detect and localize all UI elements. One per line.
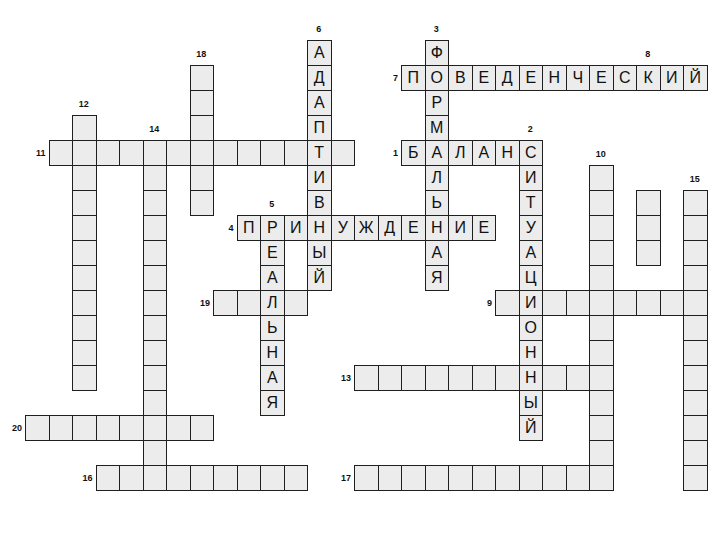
grid-cell-letter[interactable]: Е (472, 215, 497, 241)
grid-cell-empty[interactable] (166, 465, 191, 491)
grid-cell-empty[interactable] (589, 340, 614, 366)
grid-cell-empty[interactable] (143, 190, 168, 216)
grid-cell-letter[interactable]: Р (260, 215, 285, 241)
grid-cell-empty[interactable] (448, 365, 473, 391)
grid-cell-empty[interactable] (660, 290, 685, 316)
grid-cell-empty[interactable] (683, 190, 708, 216)
grid-cell-empty[interactable] (683, 265, 708, 291)
grid-cell-empty[interactable] (166, 415, 191, 441)
grid-cell-empty[interactable] (143, 290, 168, 316)
grid-cell-empty[interactable] (190, 465, 215, 491)
grid-cell-empty[interactable] (636, 240, 661, 266)
grid-cell-empty[interactable] (72, 290, 97, 316)
grid-cell-empty[interactable] (213, 290, 238, 316)
grid-cell-empty[interactable] (213, 465, 238, 491)
grid-cell-empty[interactable] (683, 390, 708, 416)
grid-cell-empty[interactable] (566, 290, 591, 316)
grid-cell-empty[interactable] (566, 465, 591, 491)
grid-cell-empty[interactable] (190, 165, 215, 191)
grid-cell-empty[interactable] (284, 465, 309, 491)
crossword-page: { "game": "crossword", "language": "Russ… (0, 0, 720, 540)
clue-number-6-down: 6 (316, 25, 321, 34)
clue-number-20-across: 20 (12, 423, 22, 432)
grid-cell-empty[interactable] (96, 415, 121, 441)
grid-cell-empty[interactable] (49, 415, 74, 441)
clue-number-5-down: 5 (269, 200, 274, 209)
clue-number-15-down: 15 (690, 175, 700, 184)
grid-cell-letter[interactable]: Ц (519, 265, 544, 291)
clue-number-16-across: 16 (82, 473, 92, 482)
grid-cell-letter[interactable]: Ф (425, 40, 450, 66)
grid-cell-empty[interactable] (143, 215, 168, 241)
grid-cell-empty[interactable] (143, 415, 168, 441)
grid-cell-empty[interactable] (190, 90, 215, 116)
clue-number-19-across: 19 (200, 298, 210, 307)
grid-cell-letter[interactable]: Р (425, 90, 450, 116)
grid-cell-empty[interactable] (683, 215, 708, 241)
grid-cell-empty[interactable] (143, 165, 168, 191)
grid-cell-letter[interactable]: А (307, 40, 332, 66)
grid-cell-letter[interactable]: Я (260, 390, 285, 416)
grid-cell-empty[interactable] (72, 315, 97, 341)
grid-cell-empty[interactable] (72, 240, 97, 266)
grid-cell-empty[interactable] (119, 415, 144, 441)
grid-cell-empty[interactable] (589, 315, 614, 341)
grid-cell-empty[interactable] (72, 190, 97, 216)
grid-cell-empty[interactable] (143, 140, 168, 166)
grid-cell-letter[interactable]: О (425, 65, 450, 91)
grid-cell-letter[interactable]: Л (260, 290, 285, 316)
grid-cell-empty[interactable] (237, 465, 262, 491)
grid-cell-empty[interactable] (401, 465, 426, 491)
grid-cell-letter[interactable]: Е (472, 65, 497, 91)
grid-cell-letter[interactable]: И (284, 215, 309, 241)
grid-cell-empty[interactable] (589, 240, 614, 266)
grid-cell-letter[interactable]: Б (401, 140, 426, 166)
grid-cell-empty[interactable] (589, 390, 614, 416)
grid-cell-empty[interactable] (96, 465, 121, 491)
grid-cell-letter[interactable]: Н (307, 215, 332, 241)
grid-cell-empty[interactable] (589, 415, 614, 441)
grid-cell-letter[interactable]: Е (260, 240, 285, 266)
grid-cell-letter[interactable]: Л (425, 165, 450, 191)
grid-cell-empty[interactable] (683, 365, 708, 391)
grid-cell-empty[interactable] (237, 140, 262, 166)
grid-cell-letter[interactable]: К (636, 65, 661, 91)
grid-cell-empty[interactable] (354, 465, 379, 491)
grid-cell-letter[interactable]: Й (519, 415, 544, 441)
grid-cell-empty[interactable] (636, 215, 661, 241)
grid-cell-empty[interactable] (636, 190, 661, 216)
grid-cell-letter[interactable]: П (307, 115, 332, 141)
grid-cell-empty[interactable] (213, 140, 238, 166)
grid-cell-empty[interactable] (190, 140, 215, 166)
grid-cell-letter[interactable]: Н (519, 365, 544, 391)
grid-cell-letter[interactable]: П (237, 215, 262, 241)
grid-cell-empty[interactable] (683, 240, 708, 266)
grid-cell-empty[interactable] (589, 215, 614, 241)
grid-cell-empty[interactable] (542, 290, 567, 316)
grid-cell-empty[interactable] (143, 265, 168, 291)
clue-number-11-across: 11 (36, 148, 46, 157)
grid-cell-empty[interactable] (636, 290, 661, 316)
grid-cell-empty[interactable] (143, 440, 168, 466)
grid-cell-empty[interactable] (589, 265, 614, 291)
clue-number-9-across: 9 (487, 298, 492, 307)
grid-cell-empty[interactable] (472, 465, 497, 491)
clue-number-17-across: 17 (341, 473, 351, 482)
clue-number-3-down: 3 (434, 25, 439, 34)
grid-cell-letter[interactable]: А (260, 265, 285, 291)
grid-cell-letter[interactable]: Н (542, 65, 567, 91)
grid-cell-empty[interactable] (190, 115, 215, 141)
grid-cell-empty[interactable] (683, 440, 708, 466)
grid-cell-empty[interactable] (425, 365, 450, 391)
grid-cell-empty[interactable] (119, 465, 144, 491)
grid-cell-letter[interactable]: И (660, 65, 685, 91)
grid-cell-letter[interactable]: Д (495, 65, 520, 91)
grid-cell-empty[interactable] (378, 365, 403, 391)
grid-cell-empty[interactable] (143, 240, 168, 266)
grid-cell-empty[interactable] (589, 290, 614, 316)
grid-cell-empty[interactable] (72, 340, 97, 366)
grid-cell-letter[interactable]: В (448, 65, 473, 91)
grid-cell-empty[interactable] (260, 140, 285, 166)
grid-cell-empty[interactable] (260, 465, 285, 491)
grid-cell-empty[interactable] (143, 365, 168, 391)
clue-number-4-across: 4 (228, 223, 233, 232)
grid-cell-empty[interactable] (72, 140, 97, 166)
grid-cell-letter[interactable]: Ь (425, 190, 450, 216)
grid-cell-letter[interactable]: Д (378, 215, 403, 241)
clue-number-10-down: 10 (596, 150, 606, 159)
grid-cell-empty[interactable] (495, 365, 520, 391)
grid-cell-empty[interactable] (190, 190, 215, 216)
grid-cell-empty[interactable] (589, 365, 614, 391)
grid-cell-empty[interactable] (425, 465, 450, 491)
grid-cell-empty[interactable] (143, 465, 168, 491)
grid-cell-empty[interactable] (589, 465, 614, 491)
grid-cell-letter[interactable]: Н (260, 340, 285, 366)
grid-cell-empty[interactable] (683, 415, 708, 441)
grid-cell-empty[interactable] (119, 140, 144, 166)
grid-cell-empty[interactable] (589, 165, 614, 191)
grid-cell-empty[interactable] (472, 365, 497, 391)
grid-cell-letter[interactable]: У (331, 215, 356, 241)
grid-cell-empty[interactable] (284, 290, 309, 316)
grid-cell-letter[interactable]: В (307, 190, 332, 216)
grid-cell-empty[interactable] (72, 165, 97, 191)
grid-cell-letter[interactable]: Т (307, 140, 332, 166)
grid-cell-empty[interactable] (448, 465, 473, 491)
grid-cell-empty[interactable] (542, 365, 567, 391)
grid-cell-empty[interactable] (143, 315, 168, 341)
grid-cell-letter[interactable]: Ы (307, 240, 332, 266)
grid-cell-letter[interactable]: И (448, 215, 473, 241)
grid-cell-letter[interactable]: Н (495, 140, 520, 166)
grid-cell-letter[interactable]: А (472, 140, 497, 166)
grid-cell-empty[interactable] (495, 465, 520, 491)
grid-cell-empty[interactable] (237, 290, 262, 316)
grid-cell-letter[interactable]: Е (401, 215, 426, 241)
grid-cell-empty[interactable] (284, 140, 309, 166)
clue-number-1-across: 1 (393, 148, 398, 157)
grid-cell-letter[interactable]: Ч (566, 65, 591, 91)
grid-cell-empty[interactable] (72, 415, 97, 441)
grid-cell-empty[interactable] (72, 115, 97, 141)
grid-cell-empty[interactable] (72, 215, 97, 241)
grid-cell-letter[interactable]: И (307, 165, 332, 191)
crossword-board: АФДПОВЕДЕНЧЕСКИЙАРПМТБАЛАНСИЛИВЬТПРИНУЖД… (0, 0, 720, 540)
grid-cell-empty[interactable] (495, 290, 520, 316)
grid-cell-letter[interactable]: А (519, 240, 544, 266)
grid-cell-letter[interactable]: У (519, 215, 544, 241)
grid-cell-letter[interactable]: Я (425, 265, 450, 291)
grid-cell-letter[interactable]: Е (589, 65, 614, 91)
grid-cell-letter[interactable]: С (519, 140, 544, 166)
grid-cell-empty[interactable] (542, 465, 567, 491)
grid-cell-letter[interactable]: А (260, 365, 285, 391)
grid-cell-empty[interactable] (519, 465, 544, 491)
grid-cell-empty[interactable] (143, 390, 168, 416)
grid-cell-letter[interactable]: Е (519, 65, 544, 91)
grid-cell-empty[interactable] (589, 440, 614, 466)
grid-cell-empty[interactable] (589, 190, 614, 216)
grid-cell-empty[interactable] (166, 140, 191, 166)
grid-cell-letter[interactable]: Ы (519, 390, 544, 416)
grid-cell-letter[interactable]: Й (307, 265, 332, 291)
clue-number-14-down: 14 (149, 125, 159, 134)
grid-cell-empty[interactable] (354, 365, 379, 391)
grid-cell-empty[interactable] (566, 365, 591, 391)
grid-cell-letter[interactable]: М (425, 115, 450, 141)
grid-cell-letter[interactable]: А (425, 140, 450, 166)
clue-number-7-across: 7 (393, 73, 398, 82)
grid-cell-empty[interactable] (378, 465, 403, 491)
grid-cell-empty[interactable] (25, 415, 50, 441)
grid-cell-empty[interactable] (683, 290, 708, 316)
grid-cell-letter[interactable]: И (519, 290, 544, 316)
grid-cell-empty[interactable] (331, 140, 356, 166)
grid-cell-letter[interactable]: А (307, 90, 332, 116)
grid-cell-letter[interactable]: Й (683, 65, 708, 91)
grid-cell-letter[interactable]: Н (425, 215, 450, 241)
grid-cell-empty[interactable] (72, 365, 97, 391)
grid-cell-letter[interactable]: И (519, 165, 544, 191)
grid-cell-letter[interactable]: Д (307, 65, 332, 91)
grid-cell-empty[interactable] (683, 465, 708, 491)
grid-cell-letter[interactable]: Л (448, 140, 473, 166)
grid-cell-empty[interactable] (683, 340, 708, 366)
grid-cell-letter[interactable]: Т (519, 190, 544, 216)
grid-cell-empty[interactable] (190, 415, 215, 441)
grid-cell-letter[interactable]: Ж (354, 215, 379, 241)
grid-cell-letter[interactable]: Ь (260, 315, 285, 341)
clue-number-18-down: 18 (196, 50, 206, 59)
grid-cell-empty[interactable] (96, 140, 121, 166)
clue-number-2-down: 2 (528, 125, 533, 134)
grid-cell-letter[interactable]: А (425, 240, 450, 266)
clue-number-13-across: 13 (341, 373, 351, 382)
clue-number-12-down: 12 (79, 100, 89, 109)
grid-cell-empty[interactable] (49, 140, 74, 166)
grid-cell-empty[interactable] (401, 365, 426, 391)
grid-cell-letter[interactable]: Н (519, 340, 544, 366)
grid-cell-letter[interactable]: С (613, 65, 638, 91)
grid-cell-letter[interactable]: О (519, 315, 544, 341)
grid-cell-empty[interactable] (683, 315, 708, 341)
grid-cell-empty[interactable] (143, 340, 168, 366)
grid-cell-empty[interactable] (190, 65, 215, 91)
clue-number-8-down: 8 (645, 50, 650, 59)
grid-cell-empty[interactable] (72, 265, 97, 291)
grid-cell-letter[interactable]: П (401, 65, 426, 91)
grid-cell-empty[interactable] (613, 290, 638, 316)
